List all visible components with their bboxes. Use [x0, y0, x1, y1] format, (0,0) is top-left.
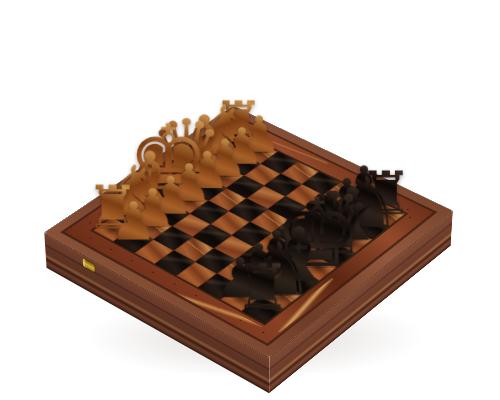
- product-photo: ♜♞♝♚♛♝♞♜♟♟♟♟♟♟♟♟♟♟♟♟♟♟♟♟♜♞♝♚♛♝♞♜: [0, 0, 500, 400]
- photo-scene: ♜♞♝♚♛♝♞♜♟♟♟♟♟♟♟♟♟♟♟♟♟♟♟♟♜♞♝♚♛♝♞♜: [0, 0, 500, 400]
